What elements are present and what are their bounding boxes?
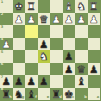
rank-label-6: 6	[1, 63, 4, 67]
square-g2[interactable]: ♟	[13, 13, 26, 26]
square-b8[interactable]: b	[75, 88, 88, 101]
file-label-b: b	[84, 96, 87, 100]
square-c5[interactable]: ♟	[63, 50, 76, 63]
black-bishop[interactable]: ♝	[25, 88, 38, 101]
square-g1[interactable]: ♚	[13, 0, 26, 13]
square-g7[interactable]: ♟	[13, 75, 26, 88]
square-e2[interactable]: ♛	[38, 13, 51, 26]
black-pawn[interactable]: ♟	[63, 50, 76, 63]
black-pawn[interactable]: ♟	[88, 63, 101, 76]
white-bishop[interactable]: ♝	[63, 0, 76, 13]
square-b3[interactable]	[75, 25, 88, 38]
square-d7[interactable]	[50, 75, 63, 88]
square-b4[interactable]	[75, 38, 88, 51]
square-h1[interactable]: 1	[0, 0, 13, 13]
square-f1[interactable]: ♜	[25, 0, 38, 13]
square-f5[interactable]	[25, 50, 38, 63]
square-e8[interactable]: e	[38, 88, 51, 101]
square-h7[interactable]: 7♟	[0, 75, 13, 88]
square-g5[interactable]	[13, 50, 26, 63]
white-pawn[interactable]: ♟	[75, 13, 88, 26]
chess-board: 1♚♜♝♞♜2♟♟♛♟♟♟♟34♟♟5♞♟6♟♛♟7♟♟♟♟♝8h♜g♞f♝ed…	[0, 0, 100, 100]
square-h5[interactable]: 5	[0, 50, 13, 63]
square-c4[interactable]	[63, 38, 76, 51]
black-pawn[interactable]: ♟	[13, 75, 26, 88]
square-a6[interactable]: ♟	[88, 63, 101, 76]
white-rook[interactable]: ♜	[25, 0, 38, 13]
square-c8[interactable]: c♚	[63, 88, 76, 101]
square-h2[interactable]: 2	[0, 13, 13, 26]
square-d8[interactable]: d♜	[50, 88, 63, 101]
square-d1[interactable]	[50, 0, 63, 13]
square-d2[interactable]: ♟	[50, 13, 63, 26]
square-e4[interactable]: ♟	[38, 38, 51, 51]
square-e6[interactable]	[38, 63, 51, 76]
white-rook[interactable]: ♜	[88, 0, 101, 13]
square-f2[interactable]: ♟	[25, 13, 38, 26]
file-label-e: e	[47, 96, 49, 100]
white-knight[interactable]: ♞	[75, 0, 88, 13]
white-queen[interactable]: ♛	[38, 13, 51, 26]
white-pawn[interactable]: ♟	[25, 13, 38, 26]
white-pawn[interactable]: ♟	[0, 38, 13, 51]
square-e3[interactable]	[38, 25, 51, 38]
square-a7[interactable]	[88, 75, 101, 88]
white-pawn[interactable]: ♟	[13, 13, 26, 26]
square-d5[interactable]	[50, 50, 63, 63]
square-a5[interactable]	[88, 50, 101, 63]
square-g4[interactable]	[13, 38, 26, 51]
square-h8[interactable]: 8h♜	[0, 88, 13, 101]
square-g3[interactable]	[13, 25, 26, 38]
white-pawn[interactable]: ♟	[50, 13, 63, 26]
rank-label-1: 1	[1, 1, 4, 5]
square-g8[interactable]: g♞	[13, 88, 26, 101]
square-f3[interactable]	[25, 25, 38, 38]
square-c7[interactable]	[63, 75, 76, 88]
square-b7[interactable]: ♝	[75, 75, 88, 88]
black-queen[interactable]: ♛	[75, 63, 88, 76]
square-d3[interactable]	[50, 25, 63, 38]
square-b1[interactable]: ♞	[75, 0, 88, 13]
square-c1[interactable]: ♝	[63, 0, 76, 13]
rank-label-2: 2	[1, 13, 4, 17]
square-f7[interactable]: ♟	[25, 75, 38, 88]
square-b5[interactable]	[75, 50, 88, 63]
square-f8[interactable]: f♝	[25, 88, 38, 101]
white-pawn[interactable]: ♟	[63, 13, 76, 26]
square-a4[interactable]	[88, 38, 101, 51]
black-knight[interactable]: ♞	[13, 88, 26, 101]
square-a3[interactable]	[88, 25, 101, 38]
square-a1[interactable]: ♜	[88, 0, 101, 13]
black-rook[interactable]: ♜	[0, 88, 13, 101]
black-king[interactable]: ♚	[63, 88, 76, 101]
square-c2[interactable]: ♟	[63, 13, 76, 26]
rank-label-5: 5	[1, 51, 4, 55]
square-c6[interactable]: ♟	[63, 63, 76, 76]
rank-label-3: 3	[1, 26, 4, 30]
square-h4[interactable]: 4♟	[0, 38, 13, 51]
square-e5[interactable]: ♞	[38, 50, 51, 63]
square-f4[interactable]	[25, 38, 38, 51]
square-d4[interactable]	[50, 38, 63, 51]
white-king[interactable]: ♚	[13, 0, 26, 13]
black-pawn[interactable]: ♟	[38, 38, 51, 51]
black-pawn[interactable]: ♟	[63, 63, 76, 76]
square-e7[interactable]: ♟	[38, 75, 51, 88]
square-d6[interactable]	[50, 63, 63, 76]
white-pawn[interactable]: ♟	[88, 13, 101, 26]
black-pawn[interactable]: ♟	[0, 75, 13, 88]
square-a2[interactable]: ♟	[88, 13, 101, 26]
black-rook[interactable]: ♜	[50, 88, 63, 101]
square-f6[interactable]	[25, 63, 38, 76]
square-g6[interactable]	[13, 63, 26, 76]
black-pawn[interactable]: ♟	[38, 75, 51, 88]
square-h3[interactable]: 3	[0, 25, 13, 38]
square-b6[interactable]: ♛	[75, 63, 88, 76]
square-h6[interactable]: 6	[0, 63, 13, 76]
square-e1[interactable]	[38, 0, 51, 13]
square-b2[interactable]: ♟	[75, 13, 88, 26]
white-knight[interactable]: ♞	[38, 50, 51, 63]
black-pawn[interactable]: ♟	[25, 75, 38, 88]
square-a8[interactable]: a	[88, 88, 101, 101]
square-c3[interactable]	[63, 25, 76, 38]
file-label-a: a	[97, 96, 99, 100]
black-bishop[interactable]: ♝	[75, 75, 88, 88]
